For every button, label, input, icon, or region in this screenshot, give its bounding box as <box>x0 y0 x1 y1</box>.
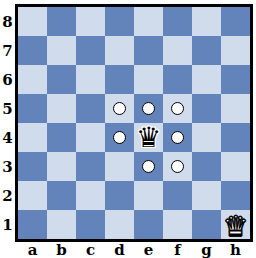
square-h3[interactable] <box>221 152 250 181</box>
square-a7[interactable] <box>18 36 47 65</box>
file-labels: abcdefgh <box>18 242 250 258</box>
square-d2[interactable] <box>105 181 134 210</box>
rank-label-2: 2 <box>0 181 15 210</box>
square-h4[interactable] <box>221 123 250 152</box>
file-label-b: b <box>47 242 76 258</box>
move-marker <box>171 131 184 144</box>
square-c7[interactable] <box>76 36 105 65</box>
white-queen[interactable]: ♛ <box>223 213 248 241</box>
file-label-c: c <box>76 242 105 258</box>
square-e3[interactable] <box>134 152 163 181</box>
square-g7[interactable] <box>192 36 221 65</box>
rank-label-6: 6 <box>0 65 15 94</box>
square-h6[interactable] <box>221 65 250 94</box>
square-a5[interactable] <box>18 94 47 123</box>
square-c8[interactable] <box>76 7 105 36</box>
square-e7[interactable] <box>134 36 163 65</box>
board: ♛♛ <box>15 4 253 242</box>
square-e8[interactable] <box>134 7 163 36</box>
square-f4[interactable] <box>163 123 192 152</box>
square-b4[interactable] <box>47 123 76 152</box>
square-h7[interactable] <box>221 36 250 65</box>
file-label-a: a <box>18 242 47 258</box>
square-a6[interactable] <box>18 65 47 94</box>
square-h5[interactable] <box>221 94 250 123</box>
black-queen[interactable]: ♛ <box>136 124 161 152</box>
square-f1[interactable] <box>163 210 192 239</box>
square-h8[interactable] <box>221 7 250 36</box>
file-label-f: f <box>163 242 192 258</box>
square-a4[interactable] <box>18 123 47 152</box>
square-e6[interactable] <box>134 65 163 94</box>
square-c6[interactable] <box>76 65 105 94</box>
square-f2[interactable] <box>163 181 192 210</box>
square-c5[interactable] <box>76 94 105 123</box>
square-g8[interactable] <box>192 7 221 36</box>
rank-label-3: 3 <box>0 152 15 181</box>
move-marker <box>142 160 155 173</box>
move-marker <box>113 102 126 115</box>
rank-label-1: 1 <box>0 210 15 239</box>
square-g2[interactable] <box>192 181 221 210</box>
square-a8[interactable] <box>18 7 47 36</box>
square-f6[interactable] <box>163 65 192 94</box>
square-e2[interactable] <box>134 181 163 210</box>
square-b7[interactable] <box>47 36 76 65</box>
square-h2[interactable] <box>221 181 250 210</box>
square-c1[interactable] <box>76 210 105 239</box>
square-d5[interactable] <box>105 94 134 123</box>
square-b3[interactable] <box>47 152 76 181</box>
square-e5[interactable] <box>134 94 163 123</box>
chess-diagram: 87654321 ♛♛ abcdefgh <box>0 0 256 258</box>
rank-label-7: 7 <box>0 36 15 65</box>
square-d8[interactable] <box>105 7 134 36</box>
file-label-d: d <box>105 242 134 258</box>
square-h1[interactable]: ♛ <box>221 210 250 239</box>
square-g1[interactable] <box>192 210 221 239</box>
square-e1[interactable] <box>134 210 163 239</box>
square-f7[interactable] <box>163 36 192 65</box>
square-e4[interactable]: ♛ <box>134 123 163 152</box>
square-d4[interactable] <box>105 123 134 152</box>
square-g4[interactable] <box>192 123 221 152</box>
square-c2[interactable] <box>76 181 105 210</box>
square-a1[interactable] <box>18 210 47 239</box>
square-b2[interactable] <box>47 181 76 210</box>
square-g6[interactable] <box>192 65 221 94</box>
square-g5[interactable] <box>192 94 221 123</box>
square-b1[interactable] <box>47 210 76 239</box>
square-d1[interactable] <box>105 210 134 239</box>
square-g3[interactable] <box>192 152 221 181</box>
square-b6[interactable] <box>47 65 76 94</box>
square-b8[interactable] <box>47 7 76 36</box>
square-f5[interactable] <box>163 94 192 123</box>
square-b5[interactable] <box>47 94 76 123</box>
file-label-g: g <box>192 242 221 258</box>
rank-label-5: 5 <box>0 94 15 123</box>
file-label-h: h <box>221 242 250 258</box>
rank-label-8: 8 <box>0 7 15 36</box>
square-d6[interactable] <box>105 65 134 94</box>
square-a2[interactable] <box>18 181 47 210</box>
square-c3[interactable] <box>76 152 105 181</box>
square-c4[interactable] <box>76 123 105 152</box>
square-d7[interactable] <box>105 36 134 65</box>
move-marker <box>171 102 184 115</box>
square-a3[interactable] <box>18 152 47 181</box>
square-d3[interactable] <box>105 152 134 181</box>
move-marker <box>113 131 126 144</box>
rank-label-4: 4 <box>0 123 15 152</box>
move-marker <box>171 160 184 173</box>
move-marker <box>142 102 155 115</box>
square-f8[interactable] <box>163 7 192 36</box>
file-label-e: e <box>134 242 163 258</box>
rank-labels: 87654321 <box>0 7 15 239</box>
square-f3[interactable] <box>163 152 192 181</box>
